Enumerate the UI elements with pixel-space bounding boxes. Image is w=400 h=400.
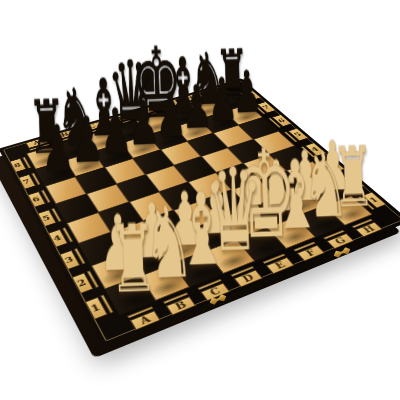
product-photo: ABCDEFGH8♜♞♝♛♚♝♞♜87♟♟♟♟♟♟♟♟7665544332♟♟♟… [0, 0, 400, 400]
rank-label: 2 [341, 174, 365, 190]
rank-label: 6 [27, 191, 46, 207]
square-d6 [133, 150, 174, 175]
rank-label-right-6: 6 [263, 112, 297, 131]
rank-label: 3 [322, 158, 345, 173]
rank-label: 1 [362, 192, 387, 209]
chess-board: ABCDEFGH8♜♞♝♛♚♝♞♜87♟♟♟♟♟♟♟♟7665544332♟♟♟… [0, 78, 400, 347]
square-e5 [174, 156, 216, 182]
rank-label: 4 [304, 143, 326, 157]
decorative-dash [300, 146, 314, 157]
piece-shadow [215, 250, 254, 273]
piece-shadow [99, 265, 138, 289]
